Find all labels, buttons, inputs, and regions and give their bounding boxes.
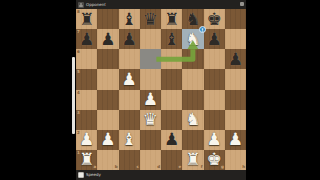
- square-e5[interactable]: [161, 69, 182, 89]
- square-c3[interactable]: [119, 110, 140, 130]
- square-c5[interactable]: ♟: [119, 69, 140, 89]
- piece-black-pawn-g7[interactable]: ♟: [207, 31, 222, 48]
- square-e3[interactable]: [161, 110, 182, 130]
- piece-white-king-g1[interactable]: ♚: [207, 151, 222, 168]
- square-d2[interactable]: [140, 130, 161, 150]
- piece-black-bishop-c8[interactable]: ♝: [122, 11, 137, 28]
- piece-white-rook-f1[interactable]: ♜: [185, 151, 200, 168]
- square-g7[interactable]: ♟: [204, 29, 225, 49]
- square-f1[interactable]: f♜: [182, 150, 203, 170]
- piece-white-knight-f7[interactable]: ♞: [185, 31, 200, 48]
- square-a3[interactable]: 3: [76, 110, 97, 130]
- square-g6[interactable]: [204, 49, 225, 69]
- square-d8[interactable]: ♛: [140, 9, 161, 29]
- square-f2[interactable]: [182, 130, 203, 150]
- rank-label-3: 3: [77, 111, 80, 115]
- piece-black-pawn-b7[interactable]: ♟: [100, 31, 115, 48]
- file-label-d: d: [157, 165, 160, 169]
- bottom-player-name: Speedy: [86, 173, 101, 177]
- eval-bar: [72, 57, 75, 134]
- square-c8[interactable]: ♝: [119, 9, 140, 29]
- file-label-f: f: [201, 165, 203, 169]
- piece-black-pawn-e2[interactable]: ♟: [164, 131, 179, 148]
- square-e2[interactable]: ♟: [161, 130, 182, 150]
- square-d4[interactable]: ♟: [140, 90, 161, 110]
- square-h7[interactable]: [225, 29, 246, 49]
- square-g1[interactable]: g♚: [204, 150, 225, 170]
- rank-label-6: 6: [77, 50, 80, 54]
- square-e8[interactable]: ♜: [161, 9, 182, 29]
- rank-label-1: 1: [77, 151, 80, 155]
- square-h5[interactable]: [225, 69, 246, 89]
- piece-black-bishop-e7[interactable]: ♝: [164, 31, 179, 48]
- chess-board[interactable]: 8♜♝♛♜♞♚7♟♟♟♝♞♟6♟5♟4♟3♛♞2♟♟♝♟♟♟1a♜bcdef♜g…: [76, 9, 246, 170]
- square-f6[interactable]: [182, 49, 203, 69]
- square-b6[interactable]: [97, 49, 118, 69]
- square-e4[interactable]: [161, 90, 182, 110]
- square-c7[interactable]: ♟: [119, 29, 140, 49]
- square-b1[interactable]: b: [97, 150, 118, 170]
- square-b3[interactable]: [97, 110, 118, 130]
- square-b5[interactable]: [97, 69, 118, 89]
- piece-white-knight-f3[interactable]: ♞: [185, 111, 200, 128]
- square-e7[interactable]: ♝: [161, 29, 182, 49]
- rank-label-4: 4: [77, 91, 80, 95]
- rank-label-2: 2: [77, 131, 80, 135]
- rank-label-7: 7: [77, 30, 80, 34]
- square-g4[interactable]: [204, 90, 225, 110]
- piece-white-rook-a1[interactable]: ♜: [79, 151, 94, 168]
- square-a2[interactable]: 2♟: [76, 130, 97, 150]
- square-c2[interactable]: ♝: [119, 130, 140, 150]
- piece-white-pawn-d4[interactable]: ♟: [143, 91, 158, 108]
- square-c4[interactable]: [119, 90, 140, 110]
- square-h8[interactable]: [225, 9, 246, 29]
- piece-white-pawn-a2[interactable]: ♟: [79, 131, 94, 148]
- piece-white-pawn-h2[interactable]: ♟: [228, 131, 243, 148]
- piece-black-pawn-a7[interactable]: ♟: [79, 31, 94, 48]
- bottom-player-avatar[interactable]: [78, 172, 84, 178]
- piece-white-pawn-g2[interactable]: ♟: [207, 131, 222, 148]
- piece-black-queen-d8[interactable]: ♛: [143, 11, 158, 28]
- square-a5[interactable]: 5: [76, 69, 97, 89]
- file-label-e: e: [179, 165, 182, 169]
- square-b8[interactable]: [97, 9, 118, 29]
- rank-label-8: 8: [77, 10, 80, 14]
- file-label-h: h: [242, 165, 245, 169]
- piece-white-queen-d3[interactable]: ♛: [143, 111, 158, 128]
- square-g8[interactable]: ♚: [204, 9, 225, 29]
- square-a8[interactable]: 8♜: [76, 9, 97, 29]
- top-player-name: Opponent: [86, 3, 106, 7]
- rank-label-5: 5: [77, 70, 80, 74]
- piece-white-bishop-c2[interactable]: ♝: [122, 131, 137, 148]
- square-h1[interactable]: h: [225, 150, 246, 170]
- piece-black-pawn-c7[interactable]: ♟: [122, 31, 137, 48]
- square-h4[interactable]: [225, 90, 246, 110]
- piece-black-rook-e8[interactable]: ♜: [164, 11, 179, 28]
- square-b7[interactable]: ♟: [97, 29, 118, 49]
- piece-black-king-g8[interactable]: ♚: [207, 11, 222, 28]
- square-a6[interactable]: 6: [76, 49, 97, 69]
- file-label-g: g: [221, 165, 224, 169]
- square-d6[interactable]: [140, 49, 161, 69]
- top-player-avatar[interactable]: [78, 2, 84, 8]
- app-background: Opponent 8♜♝♛♜♞♚7♟♟♟♝♞♟6♟5♟4♟3♛♞2♟♟♝♟♟♟1…: [0, 0, 320, 180]
- piece-white-pawn-b2[interactable]: ♟: [100, 131, 115, 148]
- square-e6[interactable]: [161, 49, 182, 69]
- file-label-b: b: [115, 165, 118, 169]
- piece-black-knight-f8[interactable]: ♞: [185, 11, 200, 28]
- square-d3[interactable]: ♛: [140, 110, 161, 130]
- square-b4[interactable]: [97, 90, 118, 110]
- square-h6[interactable]: ♟: [225, 49, 246, 69]
- square-c6[interactable]: [119, 49, 140, 69]
- piece-black-rook-a8[interactable]: ♜: [79, 11, 94, 28]
- square-d1[interactable]: d: [140, 150, 161, 170]
- square-d7[interactable]: [140, 29, 161, 49]
- square-g2[interactable]: ♟: [204, 130, 225, 150]
- square-f3[interactable]: ♞: [182, 110, 203, 130]
- square-e1[interactable]: e: [161, 150, 182, 170]
- square-a4[interactable]: 4: [76, 90, 97, 110]
- square-h2[interactable]: ♟: [225, 130, 246, 150]
- square-b2[interactable]: ♟: [97, 130, 118, 150]
- file-label-a: a: [94, 165, 97, 169]
- square-f5[interactable]: [182, 69, 203, 89]
- square-a7[interactable]: 7♟: [76, 29, 97, 49]
- square-g3[interactable]: [204, 110, 225, 130]
- top-player-bar: Opponent: [76, 0, 246, 9]
- file-label-c: c: [136, 165, 138, 169]
- square-a1[interactable]: 1a♜: [76, 150, 97, 170]
- square-g5[interactable]: [204, 69, 225, 89]
- square-c1[interactable]: c: [119, 150, 140, 170]
- square-h3[interactable]: [225, 110, 246, 130]
- square-d5[interactable]: [140, 69, 161, 89]
- bottom-player-bar: Speedy: [76, 170, 246, 180]
- square-f4[interactable]: [182, 90, 203, 110]
- board-options-icon[interactable]: [240, 2, 244, 6]
- piece-white-pawn-c5[interactable]: ♟: [122, 71, 137, 88]
- piece-black-pawn-h6[interactable]: ♟: [228, 51, 243, 68]
